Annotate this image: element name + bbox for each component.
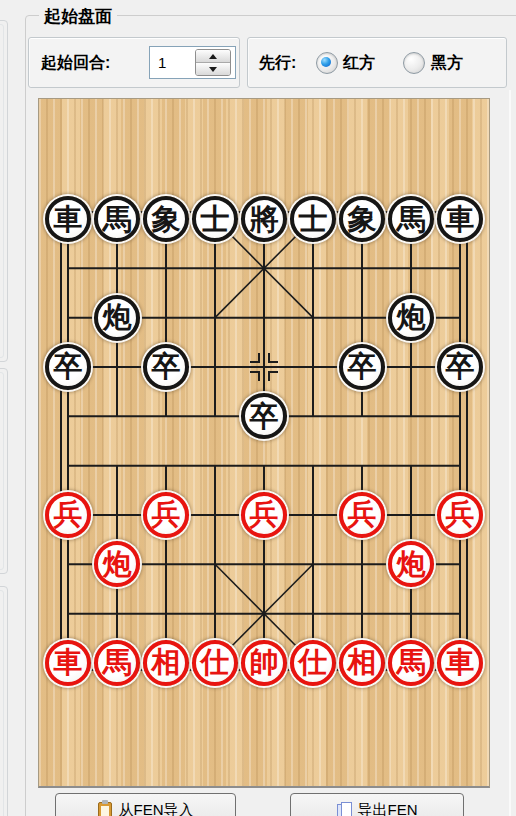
piece-black-馬[interactable]: 馬 (388, 196, 434, 242)
spin-down-button[interactable] (196, 63, 230, 75)
right-panel-edge (509, 90, 511, 816)
export-fen-label: 导出FEN (358, 801, 418, 816)
piece-black-士[interactable]: 士 (192, 196, 238, 242)
piece-black-象[interactable]: 象 (339, 196, 385, 242)
start-round-input[interactable]: 1 (149, 46, 236, 79)
piece-red-炮[interactable]: 炮 (388, 541, 434, 587)
piece-red-兵[interactable]: 兵 (339, 492, 385, 538)
piece-red-馬[interactable]: 馬 (388, 640, 434, 686)
spin-up-button[interactable] (196, 50, 230, 63)
piece-red-兵[interactable]: 兵 (45, 492, 91, 538)
piece-red-兵[interactable]: 兵 (241, 492, 287, 538)
paste-clipboard-icon (98, 802, 112, 816)
xiangqi-board[interactable]: 車馬象士將士象馬車炮炮卒卒卒卒卒兵兵兵兵兵炮炮車馬相仕帥仕相馬車 (38, 98, 490, 788)
start-round-panel: 起始回合: 1 (28, 37, 240, 88)
start-position-dialog: 起始盘面 起始回合: 1 先行: 红方 黑方 車馬象士將士象馬車炮炮卒卒卒卒卒兵… (0, 0, 516, 816)
radio-red-label[interactable]: 红方 (343, 38, 375, 87)
first-move-label: 先行: (259, 38, 296, 87)
piece-red-相[interactable]: 相 (143, 640, 189, 686)
groupbox-title: 起始盘面 (39, 5, 117, 28)
piece-black-象[interactable]: 象 (143, 196, 189, 242)
piece-red-兵[interactable]: 兵 (437, 492, 483, 538)
piece-black-車[interactable]: 車 (437, 196, 483, 242)
import-fen-label: 从FEN导入 (119, 801, 194, 816)
piece-black-士[interactable]: 士 (290, 196, 336, 242)
arrow-up-icon (209, 54, 217, 59)
piece-red-兵[interactable]: 兵 (143, 492, 189, 538)
piece-red-帥[interactable]: 帥 (241, 640, 287, 686)
arrow-down-icon (209, 67, 217, 72)
left-cropped-panel (0, 20, 8, 362)
piece-black-卒[interactable]: 卒 (45, 344, 91, 390)
piece-black-卒[interactable]: 卒 (437, 344, 483, 390)
piece-black-馬[interactable]: 馬 (94, 196, 140, 242)
left-cropped-panel (0, 586, 8, 816)
piece-red-車[interactable]: 車 (437, 640, 483, 686)
piece-red-仕[interactable]: 仕 (192, 640, 238, 686)
piece-black-將[interactable]: 將 (241, 196, 287, 242)
piece-red-馬[interactable]: 馬 (94, 640, 140, 686)
first-move-panel: 先行: 红方 黑方 (247, 37, 507, 88)
piece-black-卒[interactable]: 卒 (241, 393, 287, 439)
export-fen-button[interactable]: 导出FEN (290, 793, 464, 816)
piece-black-炮[interactable]: 炮 (388, 295, 434, 341)
radio-red-side[interactable] (316, 52, 338, 74)
piece-black-炮[interactable]: 炮 (94, 295, 140, 341)
import-fen-button[interactable]: 从FEN导入 (55, 793, 236, 816)
radio-black-side[interactable] (403, 52, 425, 74)
piece-black-卒[interactable]: 卒 (143, 344, 189, 390)
piece-red-炮[interactable]: 炮 (94, 541, 140, 587)
start-round-value: 1 (150, 54, 166, 71)
copy-pages-icon (337, 802, 351, 816)
radio-black-label[interactable]: 黑方 (431, 38, 463, 87)
piece-red-仕[interactable]: 仕 (290, 640, 336, 686)
left-cropped-panel (0, 368, 8, 574)
piece-black-車[interactable]: 車 (45, 196, 91, 242)
piece-black-卒[interactable]: 卒 (339, 344, 385, 390)
start-round-label: 起始回合: (41, 38, 110, 87)
piece-red-車[interactable]: 車 (45, 640, 91, 686)
start-round-spinner[interactable] (195, 49, 231, 76)
piece-red-相[interactable]: 相 (339, 640, 385, 686)
